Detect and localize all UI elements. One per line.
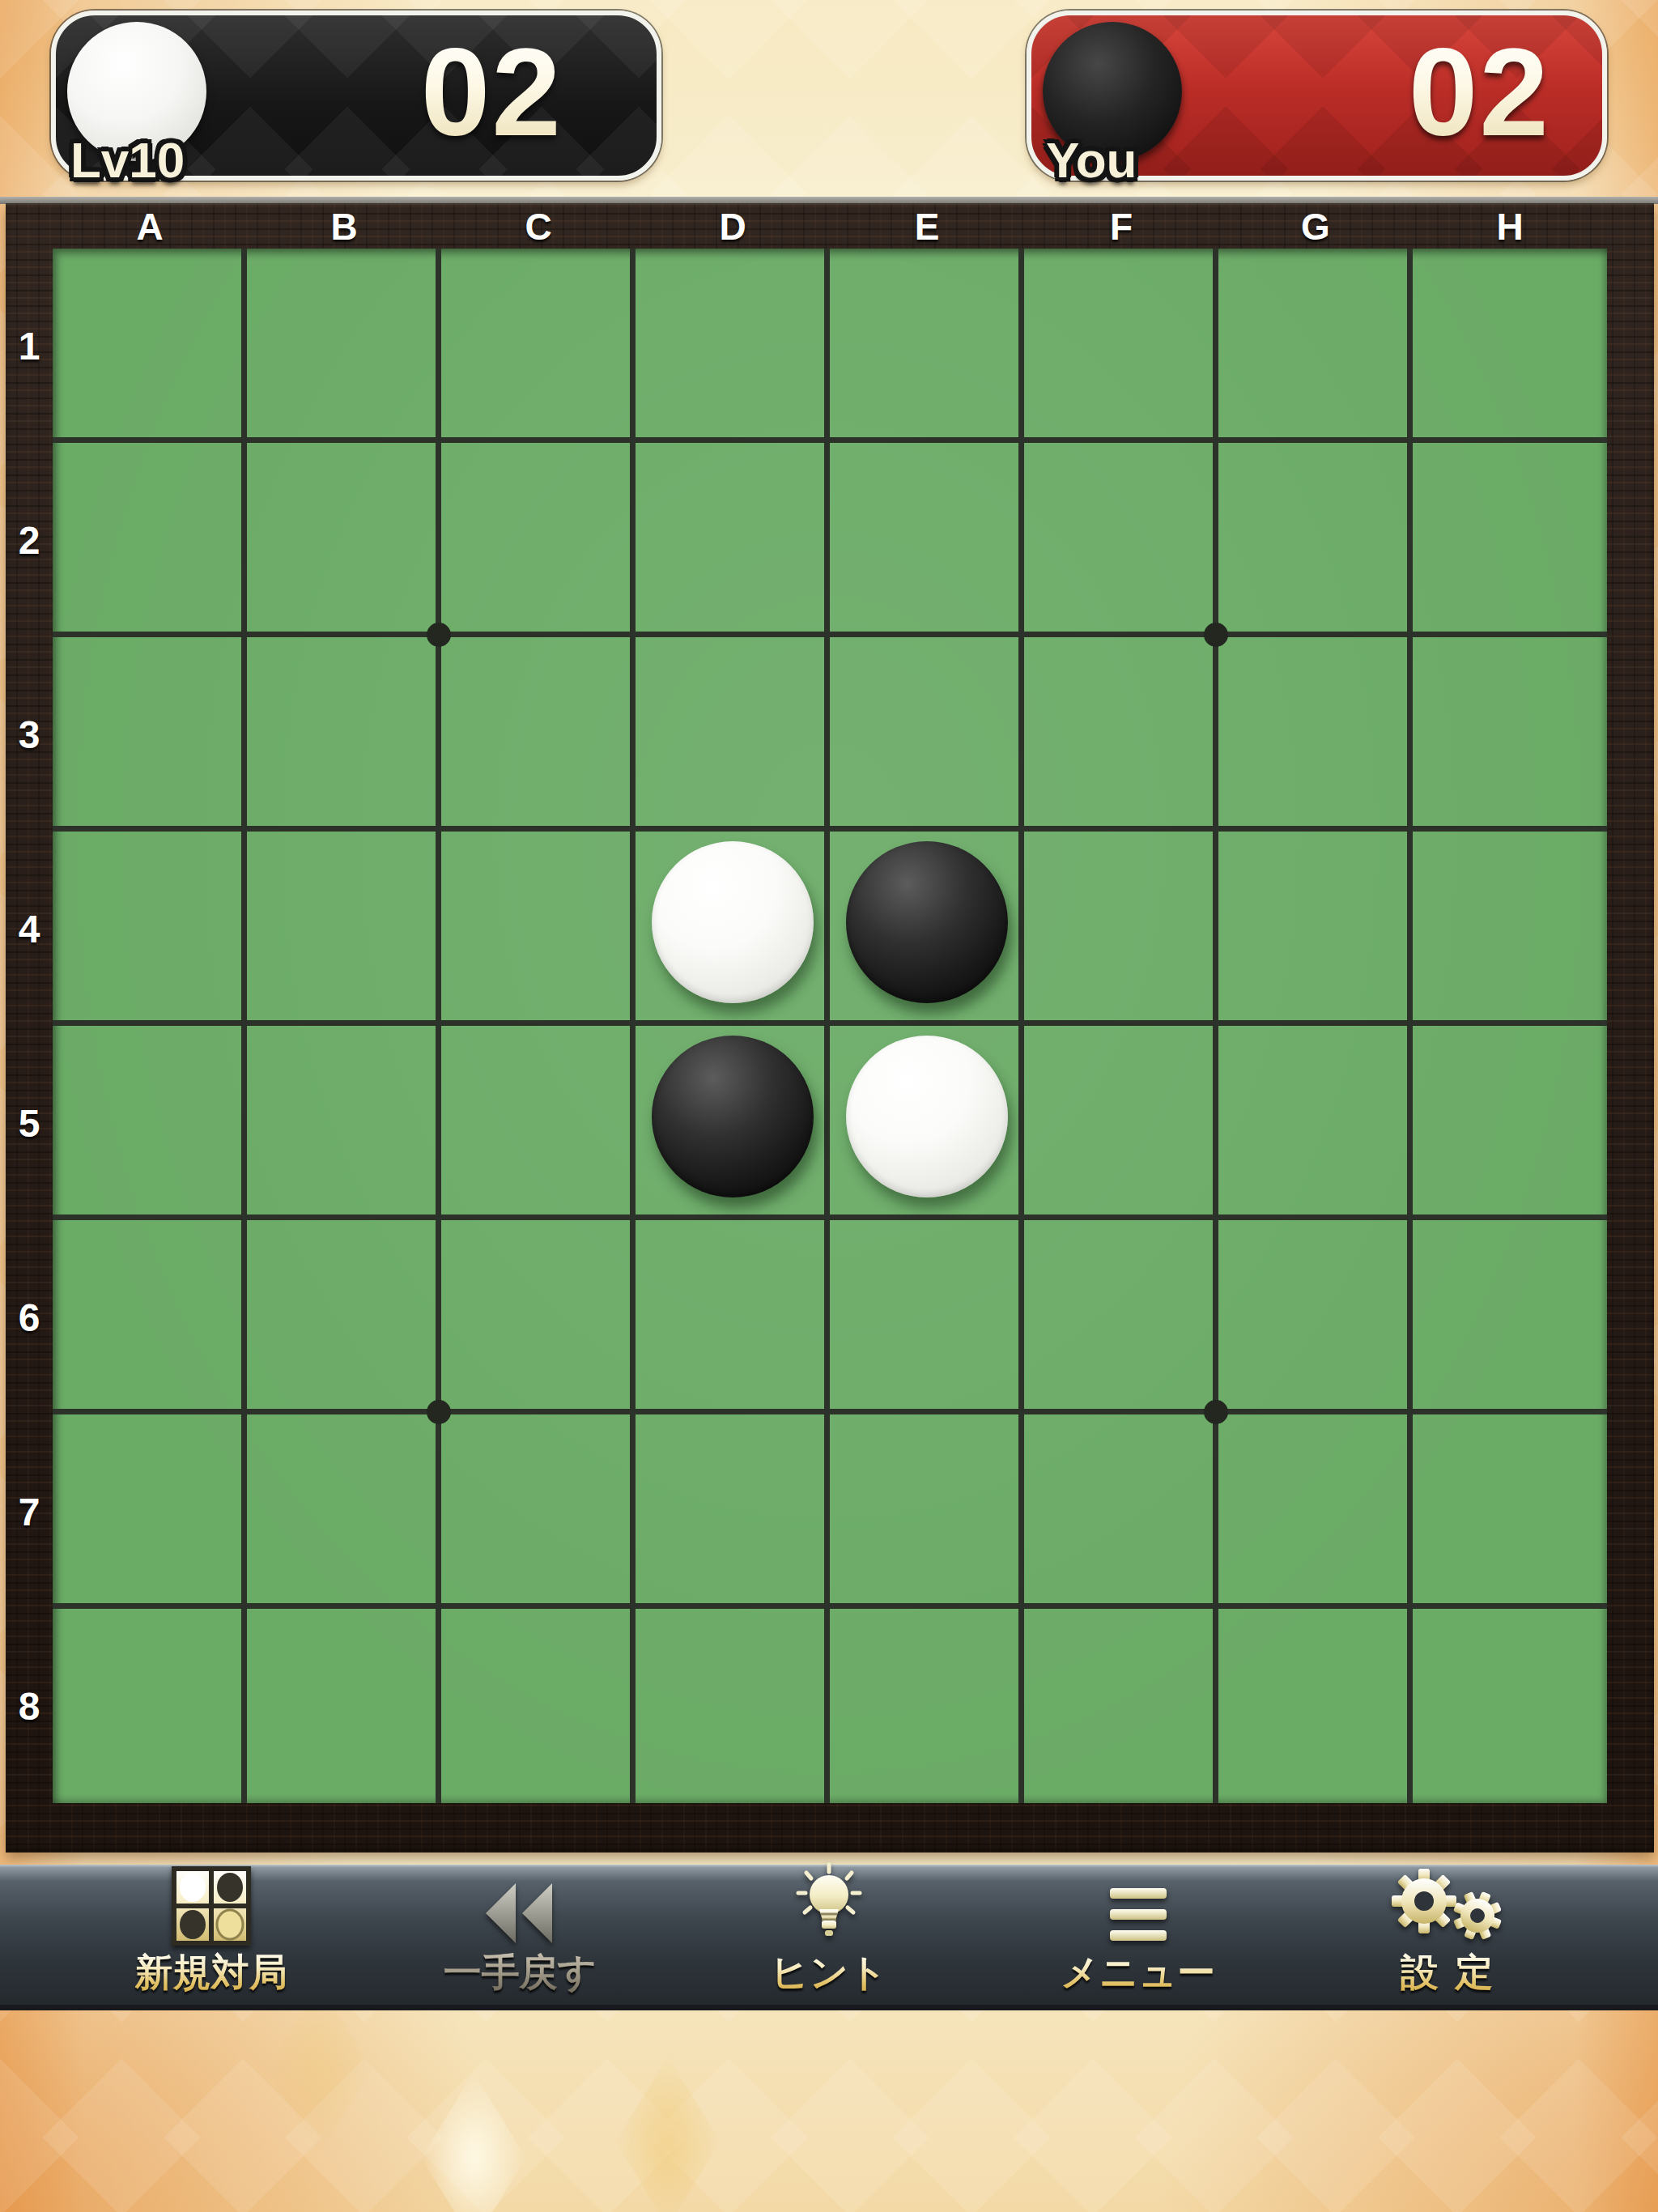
undo-move-label: 一手戻す [444,1951,597,1993]
new-game-label: 新規対局 [135,1951,287,1993]
column-label-B: B [247,203,441,249]
black-score: 02 [1409,21,1550,164]
disc-layer [53,249,1607,1803]
opponent-level-label: Lv10 [70,131,185,189]
undo-move-button[interactable]: 一手戻す [366,1862,675,1993]
new-game-board-icon [171,1862,252,1946]
settings-label: 設定 [1384,1951,1509,1993]
board-felt[interactable] [53,249,1607,1803]
column-label-C: C [441,203,636,249]
othello-app-screen: { "game": "Othello (Reversi)", "position… [0,0,1658,2212]
column-label-H: H [1413,203,1607,249]
hint-lightbulb-icon [787,1862,871,1946]
disc-E4-black [846,841,1008,1003]
row-label-4: 4 [6,832,53,1026]
column-label-D: D [636,203,830,249]
disc-E5-white [846,1036,1008,1197]
column-label-E: E [830,203,1024,249]
column-label-F: F [1024,203,1218,249]
settings-gears-icon [1382,1862,1511,1946]
menu-label: メニュー [1061,1951,1215,1993]
othello-board: ABCDEFGH 12345678 [6,203,1654,1853]
row-label-8: 8 [6,1609,53,1803]
disc-D4-white [652,841,814,1003]
bottom-toolbar: 新規対局 一手戻す [0,1865,1658,2010]
row-label-3: 3 [6,637,53,832]
new-game-button[interactable]: 新規対局 [57,1862,366,1993]
menu-button[interactable]: メニュー [984,1862,1293,1993]
row-label-5: 5 [6,1026,53,1220]
row-labels: 12345678 [6,249,53,1803]
player-you-label: You [1046,131,1137,189]
row-label-2: 2 [6,443,53,637]
opponent-score-badge: Lv10 02 [51,11,661,181]
white-score: 02 [421,21,563,164]
settings-button[interactable]: 設定 [1292,1862,1601,1993]
hint-button[interactable]: ヒント [674,1862,984,1993]
hint-label: ヒント [771,1951,887,1993]
menu-lines-icon [1104,1862,1172,1946]
column-label-G: G [1218,203,1413,249]
disc-D5-black [652,1036,814,1197]
row-label-1: 1 [6,249,53,443]
column-label-A: A [53,203,247,249]
undo-rewind-icon [479,1862,560,1946]
row-label-6: 6 [6,1220,53,1414]
background-diamond [421,2073,526,2212]
player-score-badge: You 02 [1027,11,1607,181]
row-label-7: 7 [6,1414,53,1609]
column-labels: ABCDEFGH [53,203,1607,249]
background-diamond [615,2057,721,2212]
